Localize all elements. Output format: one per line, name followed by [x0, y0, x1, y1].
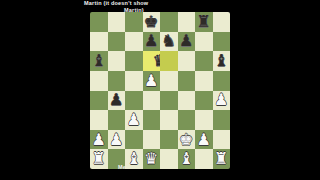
piece-black-pawn-b4[interactable]: ♟	[108, 91, 126, 111]
square-h4[interactable]: ♟	[213, 91, 231, 111]
square-f7[interactable]: ♟	[178, 32, 196, 52]
piece-black-king-d8[interactable]: ♚	[143, 12, 161, 32]
piece-white-pawn-d5[interactable]: ♟	[143, 71, 161, 91]
square-e5[interactable]	[160, 71, 178, 91]
square-f6[interactable]	[178, 51, 196, 71]
square-a6[interactable]: ♝	[90, 51, 108, 71]
square-c5[interactable]	[125, 71, 143, 91]
square-a8[interactable]	[90, 12, 108, 32]
square-f3[interactable]	[178, 110, 196, 130]
square-b5[interactable]	[108, 71, 126, 91]
square-b4[interactable]: ♟	[108, 91, 126, 111]
square-h7[interactable]	[213, 32, 231, 52]
piece-black-pawn-f7[interactable]: ♟	[178, 32, 196, 52]
square-f1[interactable]: ♝	[178, 149, 196, 169]
square-b7[interactable]	[108, 32, 126, 52]
square-f5[interactable]	[178, 71, 196, 91]
square-g4[interactable]	[195, 91, 213, 111]
piece-white-rook-a1[interactable]: ♜	[90, 149, 108, 169]
square-b3[interactable]	[108, 110, 126, 130]
square-a5[interactable]	[90, 71, 108, 91]
square-g8[interactable]: ♜	[195, 12, 213, 32]
square-e6[interactable]	[160, 51, 178, 71]
square-c3[interactable]: ♟	[125, 110, 143, 130]
square-a7[interactable]	[90, 32, 108, 52]
square-g5[interactable]	[195, 71, 213, 91]
square-c7[interactable]	[125, 32, 143, 52]
piece-white-pawn-a2[interactable]: ♟	[90, 130, 108, 150]
square-g7[interactable]	[195, 32, 213, 52]
square-a2[interactable]: ♟	[90, 130, 108, 150]
square-h2[interactable]	[213, 130, 231, 150]
square-f8[interactable]	[178, 12, 196, 32]
square-h5[interactable]	[213, 71, 231, 91]
square-a1[interactable]: ♜	[90, 149, 108, 169]
square-g2[interactable]: ♟	[195, 130, 213, 150]
square-e4[interactable]	[160, 91, 178, 111]
square-a3[interactable]	[90, 110, 108, 130]
piece-white-pawn-c3[interactable]: ♟	[125, 110, 143, 130]
square-e3[interactable]	[160, 110, 178, 130]
piece-white-pawn-h4[interactable]: ♟	[213, 91, 231, 111]
square-b6[interactable]	[108, 51, 126, 71]
square-d5[interactable]: ♟	[143, 71, 161, 91]
square-g1[interactable]	[195, 149, 213, 169]
square-g3[interactable]	[195, 110, 213, 130]
square-e2[interactable]	[160, 130, 178, 150]
square-h1[interactable]: ♜	[213, 149, 231, 169]
piece-white-pawn-b2[interactable]: ♟	[108, 130, 126, 150]
piece-white-rook-h1[interactable]: ♜	[213, 149, 231, 169]
square-c8[interactable]	[125, 12, 143, 32]
piece-black-bishop-h6[interactable]: ♝	[213, 51, 231, 71]
square-b8[interactable]	[108, 12, 126, 32]
screenshot-root: Martin (it doesn't show Martin) ♚♜♟♞♟♝♛♝…	[0, 0, 320, 180]
piece-white-bishop-f1[interactable]: ♝	[178, 149, 196, 169]
piece-white-queen-d1[interactable]: ♛	[143, 149, 161, 169]
square-d7[interactable]: ♟	[143, 32, 161, 52]
square-c2[interactable]	[125, 130, 143, 150]
square-e7[interactable]: ♞	[160, 32, 178, 52]
square-d3[interactable]	[143, 110, 161, 130]
piece-white-pawn-g2[interactable]: ♟	[195, 130, 213, 150]
square-a4[interactable]	[90, 91, 108, 111]
square-c1[interactable]: ♝	[125, 149, 143, 169]
square-d6[interactable]: ♛	[143, 51, 161, 71]
square-h3[interactable]	[213, 110, 231, 130]
square-f2[interactable]: ♚	[178, 130, 196, 150]
square-h8[interactable]	[213, 12, 231, 32]
square-c4[interactable]	[125, 91, 143, 111]
square-d2[interactable]	[143, 130, 161, 150]
square-e8[interactable]	[160, 12, 178, 32]
opponent-name-label: Martin (it doesn't show	[84, 0, 148, 6]
square-g6[interactable]	[195, 51, 213, 71]
piece-white-king-f2[interactable]: ♚	[178, 130, 196, 150]
square-d1[interactable]: ♛	[143, 149, 161, 169]
square-b2[interactable]: ♟	[108, 130, 126, 150]
square-c6[interactable]	[125, 51, 143, 71]
chess-board[interactable]: ♚♜♟♞♟♝♛♝♟♟♟♟♟♟♚♟♜♝♛♝♜	[90, 12, 230, 169]
piece-white-bishop-c1[interactable]: ♝	[125, 149, 143, 169]
piece-black-bishop-a6[interactable]: ♝	[90, 51, 108, 71]
piece-black-knight-e7[interactable]: ♞	[160, 32, 178, 52]
piece-black-rook-g8[interactable]: ♜	[195, 12, 213, 32]
square-f4[interactable]	[178, 91, 196, 111]
square-e1[interactable]	[160, 149, 178, 169]
player-name-label: Me	[118, 164, 126, 170]
square-d4[interactable]	[143, 91, 161, 111]
square-d8[interactable]: ♚	[143, 12, 161, 32]
square-h6[interactable]: ♝	[213, 51, 231, 71]
piece-black-pawn-d7[interactable]: ♟	[143, 32, 161, 52]
